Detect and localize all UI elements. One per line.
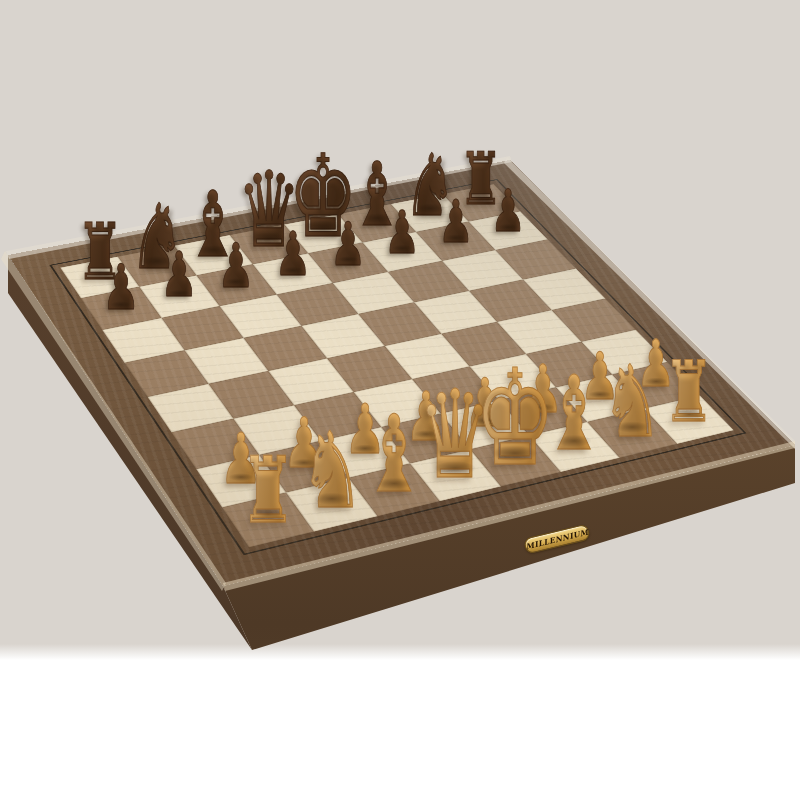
brand-plaque: MILLENNIUM	[523, 524, 591, 555]
chess-board	[8, 160, 795, 586]
board-grid	[60, 184, 733, 547]
board-inlay-line	[49, 179, 746, 555]
product-photo-stage: MILLENNIUM ♜♞♝♛♚♝♞♜♟♟♟♟♟♟♟♟♟♟♟♟♟♟♟♟♜♞♝♛♚…	[0, 0, 800, 800]
brand-plaque-label: MILLENNIUM	[525, 527, 589, 551]
